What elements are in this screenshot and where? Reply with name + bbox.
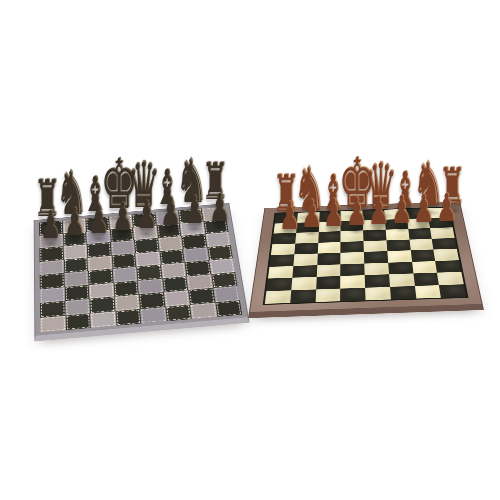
board-square xyxy=(439,284,466,298)
board-square xyxy=(410,249,435,261)
board-square xyxy=(364,262,389,275)
left-piece-bishop: ♝ xyxy=(81,171,110,219)
board-square xyxy=(318,231,341,242)
board-square xyxy=(434,249,459,261)
board-square xyxy=(408,228,432,239)
board-square xyxy=(271,243,295,255)
board-square xyxy=(365,287,391,301)
board-square xyxy=(341,252,365,264)
left-piece-king: ♚ xyxy=(98,150,140,219)
board-square xyxy=(266,278,292,291)
board-square xyxy=(432,238,457,250)
board-square xyxy=(290,289,316,303)
board-square xyxy=(291,277,316,290)
board-square xyxy=(316,264,340,277)
board-square xyxy=(413,273,439,286)
board-square xyxy=(265,290,291,304)
board-square xyxy=(293,254,317,266)
board-square xyxy=(340,263,364,276)
board-square xyxy=(90,311,116,328)
left-piece-knight: ♞ xyxy=(53,163,89,222)
board-square xyxy=(40,315,65,332)
board-square xyxy=(389,273,415,286)
photo-canvas: ♜♞♝♚♛♝♞♜♟♟♟♟♟♟♟♟♜♞♝♚♛♝♞♜♟♟♟♟♟♟♟♟ xyxy=(0,0,500,500)
board-square xyxy=(435,260,461,273)
board-square xyxy=(140,307,167,324)
board-square xyxy=(387,250,412,262)
board-square xyxy=(386,239,410,251)
board-square xyxy=(388,262,413,275)
board-square xyxy=(215,300,242,317)
board-square xyxy=(340,287,365,301)
board-square xyxy=(115,309,141,326)
left-piece-rook: ♜ xyxy=(200,157,230,207)
board-square xyxy=(316,276,341,289)
left-piece-bishop: ♝ xyxy=(153,164,182,212)
board-square xyxy=(294,243,318,255)
board-square xyxy=(341,241,364,253)
left-piece-queen: ♛ xyxy=(124,154,162,216)
board-square xyxy=(340,275,365,288)
board-square xyxy=(269,254,294,266)
board-square xyxy=(409,239,434,251)
board-square xyxy=(268,266,293,279)
left-board-grid xyxy=(39,207,242,333)
left-chess-board xyxy=(34,203,250,341)
board-square xyxy=(414,285,441,299)
board-square xyxy=(363,240,387,252)
board-square xyxy=(390,286,416,300)
board-square xyxy=(412,261,438,274)
board-square xyxy=(292,265,317,278)
board-square xyxy=(437,272,464,285)
board-square xyxy=(365,274,390,287)
board-square xyxy=(430,227,454,238)
board-square xyxy=(65,313,91,330)
right-board-grid xyxy=(263,207,469,305)
board-square xyxy=(315,288,340,302)
left-piece-rook: ♜ xyxy=(32,174,62,224)
right-chess-board xyxy=(248,201,484,318)
board-square xyxy=(317,253,341,265)
board-square xyxy=(364,251,388,263)
left-piece-knight: ♞ xyxy=(173,151,209,210)
board-square xyxy=(190,302,217,319)
board-square xyxy=(317,242,340,254)
board-square xyxy=(165,304,192,321)
